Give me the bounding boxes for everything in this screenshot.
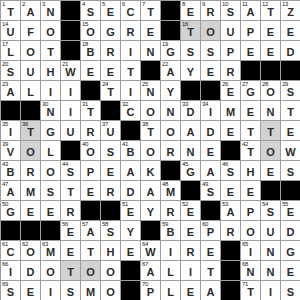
cell-letter: O <box>81 266 100 279</box>
cell-letter: S <box>201 186 220 199</box>
grid-cell-r5c1[interactable]: 23A <box>1 81 21 101</box>
grid-cell-r13c3[interactable]: 63M <box>41 241 61 261</box>
grid-cell-r12c14[interactable]: U <box>261 221 281 241</box>
cell-letter: A <box>121 166 140 179</box>
grid-cell-r15c9[interactable]: L <box>161 281 181 300</box>
cell-letter: E <box>101 166 120 179</box>
grid-cell-r13c2[interactable]: 62O <box>21 241 41 261</box>
cell-letter: A <box>241 6 260 19</box>
grid-cell-r13c15[interactable]: G <box>281 241 300 261</box>
grid-cell-r10c8[interactable]: A <box>141 181 161 201</box>
grid-cell-r15c14[interactable]: I <box>261 281 281 300</box>
cell-letter: S <box>61 166 80 179</box>
grid-cell-r14c1[interactable]: 66I <box>1 261 21 281</box>
grid-cell-r12c11[interactable]: 60P <box>201 221 221 241</box>
grid-cell-r8c9[interactable]: R <box>161 141 181 161</box>
cell-letter: A <box>21 6 40 19</box>
grid-cell-r3c14[interactable]: E <box>261 41 281 61</box>
grid-cell-r1c10[interactable]: 8E <box>181 1 201 21</box>
grid-cell-r9c7[interactable]: A <box>121 161 141 181</box>
cell-letter: L <box>1 46 20 59</box>
grid-cell-r5c7[interactable]: I <box>121 81 141 101</box>
grid-cell-r9c10[interactable]: 45G <box>181 161 201 181</box>
grid-cell-r8c1[interactable]: 39V <box>1 141 21 161</box>
cell-letter: E <box>261 26 280 39</box>
cell-letter: G <box>41 126 60 139</box>
grid-cell-r5c9[interactable]: Y <box>161 81 181 101</box>
cell-letter: S <box>101 146 120 159</box>
grid-cell-r13c9[interactable]: I <box>161 241 181 261</box>
grid-cell-r13c6[interactable]: H <box>101 241 121 261</box>
grid-cell-r15c13[interactable]: 71T <box>241 281 261 300</box>
grid-cell-r3c3[interactable]: T <box>41 41 61 61</box>
cell-letter: E <box>281 266 300 279</box>
grid-cell-r13c4[interactable]: E <box>61 241 81 261</box>
grid-cell-r6c15[interactable]: T <box>281 101 300 121</box>
grid-cell-r12c4[interactable]: 56E <box>61 221 81 241</box>
grid-cell-r2c10[interactable]: 16T <box>181 21 201 41</box>
grid-cell-r12c5[interactable]: 57A <box>81 221 101 241</box>
grid-cell-r9c13[interactable]: H <box>241 161 261 181</box>
cell-letter: Z <box>281 6 300 19</box>
cell-letter: T <box>181 26 200 39</box>
cell-letter: A <box>1 186 20 199</box>
cell-letter: T <box>241 286 260 299</box>
grid-cell-r3c6[interactable]: R <box>101 41 121 61</box>
block-cell-r5c10 <box>181 81 201 101</box>
grid-cell-r7c5[interactable]: R <box>81 121 101 141</box>
grid-cell-r3c2[interactable]: O <box>21 41 41 61</box>
grid-cell-r14c8[interactable]: 67A <box>141 261 161 281</box>
grid-cell-r6c9[interactable]: N <box>161 101 181 121</box>
grid-cell-r15c3[interactable]: I <box>41 281 61 300</box>
grid-cell-r9c14[interactable]: E <box>261 161 281 181</box>
grid-cell-r2c12[interactable]: U <box>221 21 241 41</box>
grid-cell-r13c7[interactable]: E <box>121 241 141 261</box>
grid-cell-r15c4[interactable]: S <box>61 281 81 300</box>
grid-cell-r9c6[interactable]: E <box>101 161 121 181</box>
cell-letter: E <box>281 126 300 139</box>
grid-cell-r10c4[interactable]: T <box>61 181 81 201</box>
block-cell-r6c1 <box>1 101 21 121</box>
block-cell-r4c13 <box>241 61 261 81</box>
block-cell-r4c15 <box>281 61 300 81</box>
grid-cell-r8c14[interactable]: O <box>261 141 281 161</box>
cell-letter: N <box>41 106 60 119</box>
cell-letter: C <box>1 246 20 259</box>
grid-cell-r14c9[interactable]: L <box>161 261 181 281</box>
cell-letter: D <box>21 266 40 279</box>
grid-cell-r6c3[interactable]: 30N <box>41 101 61 121</box>
cell-letter: E <box>201 66 220 79</box>
grid-cell-r2c14[interactable]: E <box>261 21 281 41</box>
cell-letter: I <box>121 46 140 59</box>
grid-cell-r15c6[interactable]: O <box>101 281 121 300</box>
grid-cell-r8c15[interactable]: W <box>281 141 300 161</box>
cell-letter: C <box>121 106 140 119</box>
grid-cell-r9c8[interactable]: K <box>141 161 161 181</box>
grid-cell-r11c3[interactable]: E <box>41 201 61 221</box>
cell-letter: I <box>241 246 260 259</box>
cell-letter: B <box>81 46 100 59</box>
grid-cell-r10c1[interactable]: 47A <box>1 181 21 201</box>
grid-cell-r6c12[interactable]: M <box>221 101 241 121</box>
cell-letter: T <box>81 106 100 119</box>
grid-cell-r15c1[interactable]: 69S <box>1 281 21 300</box>
cell-letter: N <box>241 266 260 279</box>
grid-cell-r1c13[interactable]: 11A <box>241 1 261 21</box>
grid-cell-r6c14[interactable]: N <box>261 101 281 121</box>
grid-cell-r11c2[interactable]: E <box>21 201 41 221</box>
grid-cell-r14c15[interactable]: E <box>281 261 300 281</box>
grid-cell-r3c12[interactable]: P <box>221 41 241 61</box>
cell-letter: O <box>101 266 120 279</box>
grid-cell-r6c4[interactable]: I <box>61 101 81 121</box>
grid-cell-r8c10[interactable]: N <box>181 141 201 161</box>
grid-cell-r8c6[interactable]: S <box>101 141 121 161</box>
grid-cell-r1c6[interactable]: 5E <box>101 1 121 21</box>
cell-letter: W <box>61 66 80 79</box>
grid-cell-r7c10[interactable]: A <box>181 121 201 141</box>
grid-cell-r4c12[interactable]: R <box>221 61 241 81</box>
grid-cell-r12c13[interactable]: O <box>241 221 261 241</box>
cell-letter: E <box>221 86 240 99</box>
grid-cell-r2c8[interactable]: E <box>141 21 161 41</box>
cell-letter: R <box>21 166 40 179</box>
cell-letter: O <box>21 246 40 259</box>
block-cell-r7c7 <box>121 121 141 141</box>
cell-letter: O <box>201 26 220 39</box>
grid-cell-r3c5[interactable]: 18B <box>81 41 101 61</box>
grid-cell-r7c2[interactable]: 36T <box>21 121 41 141</box>
grid-cell-r15c15[interactable]: S <box>281 281 300 300</box>
block-cell-r9c9 <box>161 161 181 181</box>
cell-letter: M <box>21 186 40 199</box>
grid-cell-r4c2[interactable]: U <box>21 61 41 81</box>
grid-cell-r10c12[interactable]: E <box>221 181 241 201</box>
grid-cell-r7c9[interactable]: O <box>161 121 181 141</box>
cell-letter: R <box>101 186 120 199</box>
grid-cell-r2c1[interactable]: 14U <box>1 21 21 41</box>
grid-cell-r3c13[interactable]: E <box>241 41 261 61</box>
grid-cell-r15c10[interactable]: E <box>181 281 201 300</box>
grid-cell-r4c5[interactable]: E <box>81 61 101 81</box>
grid-cell-r10c5[interactable]: E <box>81 181 101 201</box>
block-cell-r5c11 <box>201 81 221 101</box>
cell-letter: I <box>201 106 220 119</box>
grid-cell-r13c13[interactable]: 65I <box>241 241 261 261</box>
grid-cell-r1c14[interactable]: 12T <box>261 1 281 21</box>
cell-letter: N <box>181 146 200 159</box>
grid-cell-r3c9[interactable]: 19G <box>161 41 181 61</box>
grid-cell-r4c7[interactable]: T <box>121 61 141 81</box>
grid-cell-r14c3[interactable]: O <box>41 261 61 281</box>
grid-cell-r6c5[interactable]: 31T <box>81 101 101 121</box>
cell-letter: O <box>81 146 100 159</box>
cell-letter: E <box>281 206 300 219</box>
cell-letter: S <box>201 46 220 59</box>
block-cell-r11c11 <box>201 201 221 221</box>
grid-cell-r1c3[interactable]: 3N <box>41 1 61 21</box>
cell-letter: E <box>121 206 140 219</box>
block-cell-r12c1 <box>1 221 21 241</box>
grid-cell-r7c12[interactable]: E <box>221 121 241 141</box>
cell-letter: O <box>41 166 60 179</box>
grid-cell-r10c7[interactable]: D <box>121 181 141 201</box>
cell-letter: G <box>241 86 260 99</box>
grid-cell-r5c13[interactable]: 27G <box>241 81 261 101</box>
grid-cell-r9c1[interactable]: 43B <box>1 161 21 181</box>
grid-cell-r3c8[interactable]: N <box>141 41 161 61</box>
grid-cell-r11c4[interactable]: R <box>61 201 81 221</box>
grid-cell-r1c12[interactable]: 10S <box>221 1 241 21</box>
cell-letter: R <box>161 206 180 219</box>
grid-cell-r10c3[interactable]: S <box>41 181 61 201</box>
grid-cell-r2c5[interactable]: 15O <box>81 21 101 41</box>
cell-letter: E <box>81 66 100 79</box>
grid-cell-r2c15[interactable]: E <box>281 21 300 41</box>
cell-letter: R <box>121 26 140 39</box>
grid-cell-r5c12[interactable]: 26E <box>221 81 241 101</box>
grid-cell-r4c10[interactable]: Y <box>181 61 201 81</box>
cell-letter: E <box>201 146 220 159</box>
grid-cell-r14c13[interactable]: 68N <box>241 261 261 281</box>
cell-letter: I <box>161 246 180 259</box>
grid-cell-r11c9[interactable]: R <box>161 201 181 221</box>
grid-cell-r14c14[interactable]: N <box>261 261 281 281</box>
grid-cell-r4c3[interactable]: H <box>41 61 61 81</box>
grid-cell-r8c7[interactable]: 41B <box>121 141 141 161</box>
grid-cell-r5c8[interactable]: 25N <box>141 81 161 101</box>
grid-cell-r11c7[interactable]: 51E <box>121 201 141 221</box>
grid-cell-r12c10[interactable]: E <box>181 221 201 241</box>
cell-letter: G <box>161 46 180 59</box>
grid-cell-r4c6[interactable]: E <box>101 61 121 81</box>
block-cell-r2c4 <box>61 21 81 41</box>
cell-letter: T <box>281 106 300 119</box>
grid-cell-r11c10[interactable]: 52E <box>181 201 201 221</box>
cell-letter: O <box>21 46 40 59</box>
grid-cell-r5c14[interactable]: 28O <box>261 81 281 101</box>
cell-letter: I <box>61 86 80 99</box>
grid-cell-r15c2[interactable]: E <box>21 281 41 300</box>
grid-cell-r14c2[interactable]: D <box>21 261 41 281</box>
grid-cell-r8c13[interactable]: 42T <box>241 141 261 161</box>
grid-cell-r6c7[interactable]: 32C <box>121 101 141 121</box>
grid-cell-r8c2[interactable]: O <box>21 141 41 161</box>
grid-cell-r4c11[interactable]: E <box>201 61 221 81</box>
grid-cell-r10c9[interactable]: 48M <box>161 181 181 201</box>
block-cell-r11c5 <box>81 201 101 221</box>
grid-cell-r15c5[interactable]: M <box>81 281 101 300</box>
cell-letter: B <box>1 166 20 179</box>
grid-cell-r11c13[interactable]: P <box>241 201 261 221</box>
grid-cell-r8c5[interactable]: 40O <box>81 141 101 161</box>
grid-cell-r5c6[interactable]: 24T <box>101 81 121 101</box>
grid-cell-r7c3[interactable]: G <box>41 121 61 141</box>
grid-cell-r2c13[interactable]: P <box>241 21 261 41</box>
grid-cell-r1c11[interactable]: 9R <box>201 1 221 21</box>
cell-letter: I <box>121 86 140 99</box>
grid-cell-r1c1[interactable]: 1T <box>1 1 21 21</box>
grid-cell-r13c11[interactable]: E <box>201 241 221 261</box>
grid-cell-r7c8[interactable]: 38T <box>141 121 161 141</box>
grid-cell-r13c14[interactable]: N <box>261 241 281 261</box>
grid-cell-r15c8[interactable]: 70P <box>141 281 161 300</box>
grid-cell-r13c10[interactable]: R <box>181 241 201 261</box>
grid-cell-r7c11[interactable]: D <box>201 121 221 141</box>
cell-letter: O <box>41 266 60 279</box>
grid-cell-r11c1[interactable]: 50G <box>1 201 21 221</box>
cell-letter: I <box>1 126 20 139</box>
grid-cell-r14c4[interactable]: T <box>61 261 81 281</box>
grid-cell-r12c7[interactable]: Y <box>121 221 141 241</box>
block-cell-r15c7 <box>121 281 141 300</box>
grid-cell-r12c12[interactable]: R <box>221 221 241 241</box>
grid-cell-r8c11[interactable]: E <box>201 141 221 161</box>
grid-cell-r14c10[interactable]: I <box>181 261 201 281</box>
cell-letter: S <box>221 6 240 19</box>
block-cell-r1c9 <box>161 1 181 21</box>
grid-cell-r9c2[interactable]: R <box>21 161 41 181</box>
grid-cell-r3c15[interactable]: D <box>281 41 300 61</box>
block-cell-r6c2 <box>21 101 41 121</box>
cell-letter: T <box>1 6 20 19</box>
grid-cell-r4c1[interactable]: 20S <box>1 61 21 81</box>
cell-letter: R <box>201 6 220 19</box>
grid-cell-r10c6[interactable]: R <box>101 181 121 201</box>
block-cell-r12c3 <box>41 221 61 241</box>
block-cell-r4c8 <box>141 61 161 81</box>
grid-cell-r12c15[interactable]: D <box>281 221 300 241</box>
grid-cell-r5c3[interactable]: I <box>41 81 61 101</box>
block-cell-r12c8 <box>141 221 161 241</box>
grid-cell-r10c11[interactable]: 49S <box>201 181 221 201</box>
grid-cell-r9c3[interactable]: O <box>41 161 61 181</box>
cell-letter: U <box>101 126 120 139</box>
grid-cell-r5c4[interactable]: I <box>61 81 81 101</box>
grid-cell-r13c5[interactable]: T <box>81 241 101 261</box>
grid-cell-r2c2[interactable]: F <box>21 21 41 41</box>
grid-cell-r12c9[interactable]: 59B <box>161 221 181 241</box>
grid-cell-r2c6[interactable]: G <box>101 21 121 41</box>
grid-cell-r3c7[interactable]: I <box>121 41 141 61</box>
grid-cell-r1c8[interactable]: 7T <box>141 1 161 21</box>
grid-cell-r4c9[interactable]: 22A <box>161 61 181 81</box>
cell-letter: N <box>261 106 280 119</box>
grid-cell-r7c1[interactable]: 35I <box>1 121 21 141</box>
grid-cell-r15c11[interactable]: A <box>201 281 221 300</box>
grid-cell-r2c11[interactable]: O <box>201 21 221 41</box>
cell-letter: T <box>241 146 260 159</box>
grid-cell-r14c11[interactable]: T <box>201 261 221 281</box>
cell-letter: O <box>241 226 260 239</box>
grid-cell-r10c13[interactable]: E <box>241 181 261 201</box>
grid-cell-r3c11[interactable]: S <box>201 41 221 61</box>
grid-cell-r9c15[interactable]: S <box>281 161 300 181</box>
grid-cell-r10c2[interactable]: M <box>21 181 41 201</box>
cell-letter: S <box>41 186 60 199</box>
grid-cell-r6c11[interactable]: 34I <box>201 101 221 121</box>
grid-cell-r4c4[interactable]: 21W <box>61 61 81 81</box>
grid-cell-r7c13[interactable]: T <box>241 121 261 141</box>
cell-letter: O <box>161 126 180 139</box>
grid-cell-r6c10[interactable]: 33D <box>181 101 201 121</box>
grid-cell-r11c14[interactable]: 54S <box>261 201 281 221</box>
block-cell-r5c5 <box>81 81 101 101</box>
grid-cell-r9c5[interactable]: P <box>81 161 101 181</box>
grid-cell-r11c12[interactable]: 53A <box>221 201 241 221</box>
grid-cell-r7c14[interactable]: T <box>261 121 281 141</box>
grid-cell-r14c6[interactable]: O <box>101 261 121 281</box>
grid-cell-r7c6[interactable]: 37U <box>101 121 121 141</box>
cell-letter: I <box>181 266 200 279</box>
grid-cell-r5c15[interactable]: 29S <box>281 81 300 101</box>
cell-letter: O <box>81 26 100 39</box>
grid-cell-r2c3[interactable]: O <box>41 21 61 41</box>
cell-letter: L <box>21 86 40 99</box>
grid-cell-r3c10[interactable]: S <box>181 41 201 61</box>
cell-letter: N <box>261 246 280 259</box>
grid-cell-r6c8[interactable]: O <box>141 101 161 121</box>
grid-cell-r7c4[interactable]: U <box>61 121 81 141</box>
cell-letter: E <box>221 126 240 139</box>
cell-letter: T <box>81 246 100 259</box>
cell-letter: G <box>281 246 300 259</box>
grid-cell-r9c11[interactable]: A <box>201 161 221 181</box>
grid-cell-r13c1[interactable]: 61C <box>1 241 21 261</box>
grid-cell-r7c15[interactable]: E <box>281 121 300 141</box>
cell-letter: E <box>21 206 40 219</box>
grid-cell-r11c15[interactable]: 55E <box>281 201 300 221</box>
grid-cell-r5c2[interactable]: L <box>21 81 41 101</box>
crossword-grid: 1T2A3N4S5E6C7T8E9R10S11A12T13Z14UFO15OGR… <box>0 0 300 300</box>
grid-cell-r1c5[interactable]: 4S <box>81 1 101 21</box>
cell-letter: R <box>101 46 120 59</box>
grid-cell-r9c12[interactable]: 46S <box>221 161 241 181</box>
cell-letter: E <box>61 246 80 259</box>
grid-cell-r14c5[interactable]: O <box>81 261 101 281</box>
grid-cell-r12c6[interactable]: 58S <box>101 221 121 241</box>
cell-letter: E <box>81 186 100 199</box>
cell-letter: A <box>1 86 20 99</box>
grid-cell-r9c4[interactable]: 44S <box>61 161 81 181</box>
grid-cell-r2c7[interactable]: R <box>121 21 141 41</box>
cell-letter: Y <box>181 66 200 79</box>
block-cell-r10c10 <box>181 181 201 201</box>
grid-cell-r6c13[interactable]: E <box>241 101 261 121</box>
cell-letter: N <box>141 46 160 59</box>
grid-cell-r8c8[interactable]: O <box>141 141 161 161</box>
grid-cell-r1c15[interactable]: 13Z <box>281 1 300 21</box>
cell-letter: A <box>201 166 220 179</box>
cell-letter: D <box>181 106 200 119</box>
grid-cell-r3c1[interactable]: 17L <box>1 41 21 61</box>
cell-letter: E <box>201 246 220 259</box>
block-cell-r1c4 <box>61 1 81 21</box>
cell-letter: M <box>221 106 240 119</box>
grid-cell-r1c7[interactable]: 6C <box>121 1 141 21</box>
grid-cell-r11c8[interactable]: Y <box>141 201 161 221</box>
cell-letter: U <box>1 26 20 39</box>
cell-letter: R <box>221 226 240 239</box>
cell-letter: I <box>61 106 80 119</box>
grid-cell-r13c8[interactable]: 64W <box>141 241 161 261</box>
cell-letter: I <box>1 266 20 279</box>
grid-cell-r1c2[interactable]: 2A <box>21 1 41 21</box>
grid-cell-r8c3[interactable]: L <box>41 141 61 161</box>
cell-letter: R <box>221 66 240 79</box>
